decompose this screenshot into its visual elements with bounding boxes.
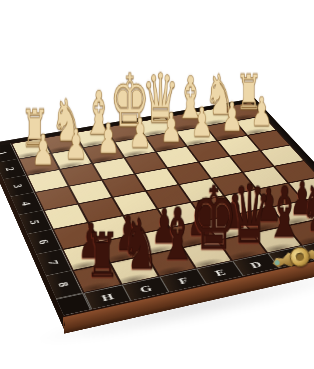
piece-wP-f2: ♟ bbox=[96, 118, 119, 160]
rim-file-label: G bbox=[137, 282, 154, 295]
piece-bN-g8: ♞ bbox=[121, 210, 159, 279]
scene: 12345678♜♞♝♚♛♝♞♜♟♟♟♟♟♟♟♟♟♟♟♟♟♟♟♟♜♞♝♚♛♝♞♜… bbox=[18, 34, 314, 346]
rim-rank-label: 2 bbox=[2, 166, 19, 172]
piece-wP-a2: ♟ bbox=[250, 92, 272, 132]
rim-rank-label: 8 bbox=[54, 280, 74, 288]
rim-file-label: F bbox=[176, 274, 191, 286]
rim-rank-label: 3 bbox=[10, 183, 27, 189]
piece-wP-d2: ♟ bbox=[160, 107, 182, 148]
piece-wP-b2: ♟ bbox=[221, 97, 243, 137]
piece-wP-c2: ♟ bbox=[190, 102, 212, 143]
rim-rank-label: 7 bbox=[44, 259, 63, 266]
rim-file-label: D bbox=[248, 259, 265, 271]
rim-rank-label: 5 bbox=[26, 219, 44, 226]
piece-wP-e2: ♟ bbox=[128, 112, 151, 153]
piece-wP-h2: ♟ bbox=[31, 129, 54, 171]
rim-rank-label: 6 bbox=[35, 238, 53, 245]
rim-rank-label: 1 bbox=[0, 150, 11, 155]
chess-board: 12345678♜♞♝♚♛♝♞♜♟♟♟♟♟♟♟♟♟♟♟♟♟♟♟♟♜♞♝♚♛♝♞♜… bbox=[0, 98, 314, 315]
rim-rank-label: 4 bbox=[18, 200, 36, 206]
chess-set-photo: 12345678♜♞♝♚♛♝♞♜♟♟♟♟♟♟♟♟♟♟♟♟♟♟♟♟♜♞♝♚♛♝♞♜… bbox=[0, 0, 314, 369]
piece-wP-g2: ♟ bbox=[64, 123, 87, 165]
piece-bB-f8: ♝ bbox=[157, 199, 196, 271]
rim-file-label: H bbox=[99, 291, 116, 304]
rim-file-label: E bbox=[212, 266, 228, 278]
piece-bR-h8: ♜ bbox=[85, 226, 119, 287]
